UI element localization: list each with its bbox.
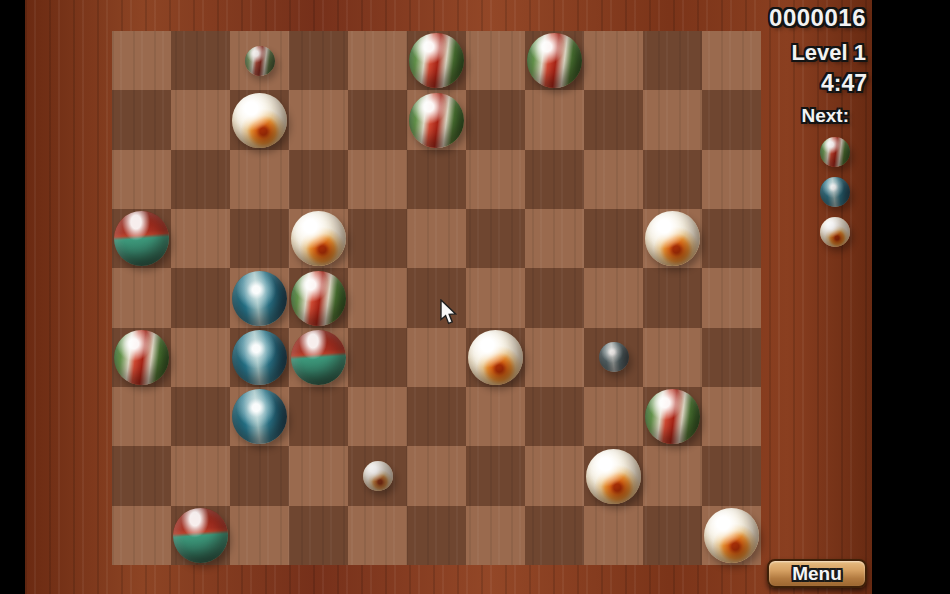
marble-red-green[interactable] bbox=[409, 93, 464, 148]
board-cell[interactable] bbox=[230, 209, 289, 268]
marble-red-green[interactable] bbox=[409, 33, 464, 88]
board-cell[interactable] bbox=[525, 506, 584, 565]
marble-red-teal[interactable] bbox=[114, 211, 169, 266]
board-cell[interactable] bbox=[289, 31, 348, 90]
timer-display: 4:47 bbox=[821, 70, 867, 97]
board-cell[interactable] bbox=[407, 387, 466, 446]
board-cell[interactable] bbox=[407, 268, 466, 327]
board-cell[interactable] bbox=[643, 446, 702, 505]
board-cell[interactable] bbox=[171, 150, 230, 209]
board-cell[interactable] bbox=[466, 268, 525, 327]
next-marbles-preview bbox=[820, 137, 850, 257]
board-cell[interactable] bbox=[407, 446, 466, 505]
board-cell[interactable] bbox=[643, 328, 702, 387]
board-cell[interactable] bbox=[525, 446, 584, 505]
board-cell[interactable] bbox=[171, 90, 230, 149]
board-cell[interactable] bbox=[230, 446, 289, 505]
board-cell[interactable] bbox=[525, 150, 584, 209]
board-cell[interactable] bbox=[466, 446, 525, 505]
board-cell[interactable] bbox=[348, 209, 407, 268]
marble-blue[interactable] bbox=[232, 271, 287, 326]
board-cell[interactable] bbox=[525, 268, 584, 327]
board-cell[interactable] bbox=[525, 209, 584, 268]
board-cell[interactable] bbox=[230, 506, 289, 565]
next-marble-red-green bbox=[820, 137, 850, 167]
board-cell[interactable] bbox=[702, 387, 761, 446]
board-cell[interactable] bbox=[348, 150, 407, 209]
board-cell[interactable] bbox=[348, 387, 407, 446]
marble-red-teal[interactable] bbox=[173, 508, 228, 563]
board-cell[interactable] bbox=[466, 90, 525, 149]
board-cell[interactable] bbox=[348, 90, 407, 149]
board-cell[interactable] bbox=[702, 150, 761, 209]
marble-white-orange[interactable] bbox=[232, 93, 287, 148]
board-cell[interactable] bbox=[171, 268, 230, 327]
board-cell[interactable] bbox=[584, 268, 643, 327]
board-cell[interactable] bbox=[525, 90, 584, 149]
board-cell[interactable] bbox=[584, 31, 643, 90]
board-cell[interactable] bbox=[702, 90, 761, 149]
board-cell[interactable] bbox=[348, 268, 407, 327]
board-cell[interactable] bbox=[171, 31, 230, 90]
board-cell[interactable] bbox=[584, 506, 643, 565]
board-cell[interactable] bbox=[643, 150, 702, 209]
board-cell[interactable] bbox=[407, 209, 466, 268]
board-cell[interactable] bbox=[112, 31, 171, 90]
board-cell[interactable] bbox=[112, 446, 171, 505]
board-cell[interactable] bbox=[584, 90, 643, 149]
level-display: Level 1 bbox=[791, 40, 866, 66]
score-display: 0000016 bbox=[769, 4, 866, 32]
board-cell[interactable] bbox=[289, 387, 348, 446]
board-cell[interactable] bbox=[702, 31, 761, 90]
game-window: 0000016 Level 1 4:47 Next: Menu bbox=[0, 0, 950, 594]
board-cell[interactable] bbox=[643, 31, 702, 90]
board-cell[interactable] bbox=[702, 209, 761, 268]
board-cell[interactable] bbox=[171, 328, 230, 387]
marble-white-orange[interactable] bbox=[468, 330, 523, 385]
board-cell[interactable] bbox=[348, 328, 407, 387]
board-cell[interactable] bbox=[525, 387, 584, 446]
board-cell[interactable] bbox=[407, 328, 466, 387]
board-cell[interactable] bbox=[112, 150, 171, 209]
marble-white-orange[interactable] bbox=[645, 211, 700, 266]
board-cell[interactable] bbox=[584, 209, 643, 268]
marble-red-green-small[interactable] bbox=[245, 46, 275, 76]
marble-white-orange[interactable] bbox=[704, 508, 759, 563]
marble-blue-small[interactable] bbox=[599, 342, 629, 372]
board-cell[interactable] bbox=[702, 268, 761, 327]
next-label: Next: bbox=[801, 105, 849, 127]
next-marble-white-orange bbox=[820, 217, 850, 247]
marble-red-green[interactable] bbox=[645, 389, 700, 444]
menu-button[interactable]: Menu bbox=[767, 559, 867, 588]
board-cell[interactable] bbox=[466, 387, 525, 446]
board-cell[interactable] bbox=[112, 268, 171, 327]
marble-red-green[interactable] bbox=[114, 330, 169, 385]
board-cell[interactable] bbox=[289, 90, 348, 149]
board-cell[interactable] bbox=[407, 150, 466, 209]
board-cell[interactable] bbox=[702, 446, 761, 505]
marble-white-orange-small[interactable] bbox=[363, 461, 393, 491]
board-cell[interactable] bbox=[348, 506, 407, 565]
marble-blue[interactable] bbox=[232, 330, 287, 385]
board-cell[interactable] bbox=[171, 446, 230, 505]
board-cell[interactable] bbox=[525, 328, 584, 387]
board-cell[interactable] bbox=[643, 90, 702, 149]
board-cell[interactable] bbox=[702, 328, 761, 387]
board-cell[interactable] bbox=[289, 150, 348, 209]
board-cell[interactable] bbox=[466, 209, 525, 268]
board-cell[interactable] bbox=[407, 506, 466, 565]
board-cell[interactable] bbox=[112, 90, 171, 149]
board-cell[interactable] bbox=[466, 150, 525, 209]
board-cell[interactable] bbox=[289, 506, 348, 565]
board-cell[interactable] bbox=[112, 506, 171, 565]
marble-red-teal[interactable] bbox=[291, 330, 346, 385]
next-marble-blue bbox=[820, 177, 850, 207]
marble-red-green[interactable] bbox=[527, 33, 582, 88]
board-cell[interactable] bbox=[112, 387, 171, 446]
board-cell[interactable] bbox=[643, 268, 702, 327]
board-cell[interactable] bbox=[643, 506, 702, 565]
marble-white-orange[interactable] bbox=[291, 211, 346, 266]
board-cell[interactable] bbox=[466, 506, 525, 565]
marble-blue[interactable] bbox=[232, 389, 287, 444]
board-cell[interactable] bbox=[171, 209, 230, 268]
marble-red-green[interactable] bbox=[291, 271, 346, 326]
board-cell[interactable] bbox=[171, 387, 230, 446]
board-cell[interactable] bbox=[584, 150, 643, 209]
board-cell[interactable] bbox=[466, 31, 525, 90]
board-cell[interactable] bbox=[289, 446, 348, 505]
marble-white-orange[interactable] bbox=[586, 449, 641, 504]
board-cell[interactable] bbox=[230, 150, 289, 209]
board-cell[interactable] bbox=[348, 31, 407, 90]
board-cell[interactable] bbox=[584, 387, 643, 446]
